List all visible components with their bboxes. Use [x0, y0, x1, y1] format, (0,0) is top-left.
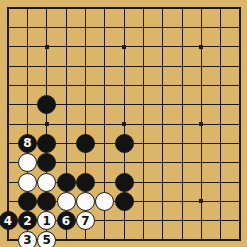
black-stone	[37, 134, 56, 153]
black-stone-numbered: 6	[57, 211, 76, 230]
grid-line-vertical	[220, 7, 221, 241]
black-stone-numbered: 8	[18, 134, 37, 153]
star-point	[199, 199, 203, 203]
grid-line-vertical	[239, 7, 241, 241]
grid-line-vertical	[143, 7, 144, 241]
grid-line-vertical	[182, 7, 183, 241]
white-stone	[37, 173, 56, 192]
star-point	[45, 45, 49, 49]
white-stone	[76, 192, 95, 211]
white-stone	[18, 153, 37, 172]
black-stone	[37, 95, 56, 114]
star-point	[122, 45, 126, 49]
black-stone	[76, 134, 95, 153]
black-stone	[18, 192, 37, 211]
black-stone-numbered: 4	[0, 211, 18, 230]
go-board[interactable]: 84216735	[0, 0, 247, 247]
black-stone	[37, 153, 56, 172]
white-stone	[57, 192, 76, 211]
black-stone	[76, 173, 95, 192]
black-stone	[115, 173, 134, 192]
star-point	[122, 122, 126, 126]
black-stone-numbered: 2	[18, 211, 37, 230]
grid-line-vertical	[162, 7, 163, 241]
white-stone-numbered: 7	[76, 211, 95, 230]
go-diagram: 84216735	[0, 0, 247, 247]
black-stone	[37, 192, 56, 211]
white-stone	[95, 192, 114, 211]
white-stone-numbered: 3	[18, 231, 37, 247]
star-point	[45, 122, 49, 126]
white-stone-numbered: 5	[37, 231, 56, 247]
black-stone	[115, 192, 134, 211]
black-stone	[57, 173, 76, 192]
black-stone	[115, 134, 134, 153]
white-stone	[18, 173, 37, 192]
star-point	[199, 122, 203, 126]
white-stone-numbered: 1	[37, 211, 56, 230]
star-point	[199, 45, 203, 49]
